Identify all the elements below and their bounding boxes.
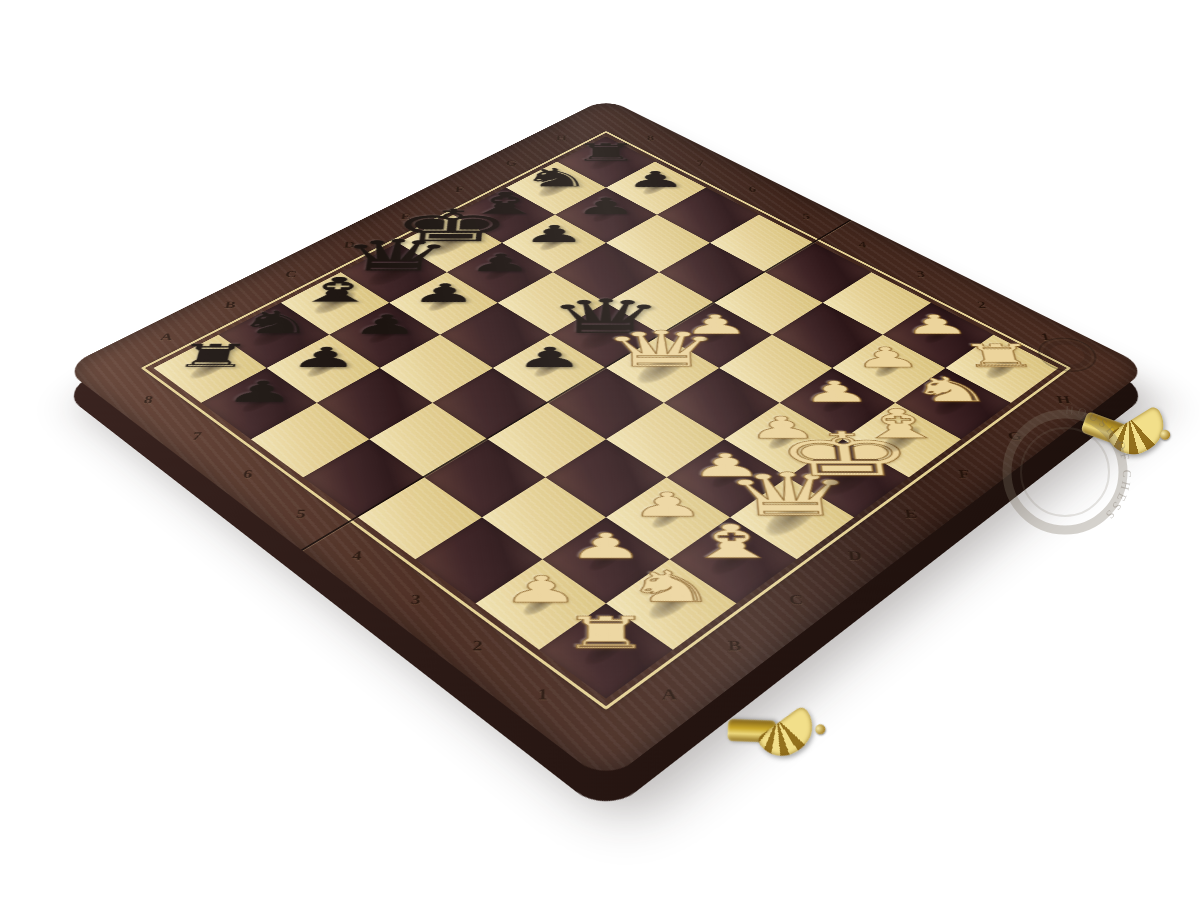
square-b4[interactable] (424, 439, 545, 517)
white-rook-icon: ♜ (559, 611, 653, 655)
white-pawn-icon: ♟ (688, 449, 765, 481)
white-pawn-icon: ♟ (629, 488, 706, 521)
square-c5[interactable] (432, 368, 548, 439)
square-b1[interactable] (606, 559, 736, 649)
black-pawn-icon: ♟ (522, 222, 587, 246)
black-pawn-icon: ♟ (574, 195, 637, 218)
square-e1[interactable] (788, 439, 909, 517)
square-e2[interactable] (724, 403, 842, 478)
black-pawn-icon: ♟ (625, 168, 687, 190)
file-label-bottom-b: B (716, 634, 753, 659)
piece-shadow (631, 576, 711, 632)
file-label-bottom-d: D (837, 545, 874, 568)
rank-label-right-4: 4 (847, 237, 877, 252)
square-a5[interactable] (303, 439, 424, 517)
rank-label-left-1: 1 (524, 682, 561, 709)
square-b5[interactable] (369, 403, 487, 478)
black-rook-icon: ♜ (169, 340, 255, 371)
file-label-bottom-h: H (1046, 391, 1082, 410)
rank-label-left-6: 6 (229, 464, 266, 485)
white-queen-icon: ♛ (720, 465, 862, 524)
rank-label-right-3: 3 (905, 267, 937, 283)
black-bishop-icon: ♝ (290, 273, 385, 307)
white-rook-icon: ♜ (956, 340, 1042, 371)
rank-label-left-3: 3 (397, 588, 434, 612)
rank-label-right-2: 2 (965, 297, 998, 314)
black-pawn-icon: ♟ (514, 344, 584, 372)
piece-shadow (568, 623, 644, 677)
square-d4[interactable] (548, 368, 664, 439)
piece-shadow (798, 445, 897, 512)
square-d3[interactable] (606, 403, 724, 478)
black-knight-icon: ♞ (233, 307, 320, 338)
file-label-top-h: H (548, 132, 574, 145)
rank-label-left-5: 5 (283, 504, 320, 526)
rank-label-right-5: 5 (792, 209, 821, 224)
white-king-icon: ♚ (771, 424, 922, 485)
square-d1[interactable] (730, 477, 854, 559)
rank-label-left-7: 7 (179, 427, 215, 447)
square-c1[interactable] (670, 517, 797, 603)
piece-shadow (575, 539, 636, 580)
black-pawn-icon: ♟ (222, 377, 299, 406)
black-pawn-icon: ♟ (467, 251, 534, 276)
file-label-bottom-g: G (997, 427, 1033, 447)
square-d2[interactable] (667, 439, 788, 517)
black-pawn-icon: ♟ (287, 344, 362, 372)
square-e3[interactable] (664, 368, 780, 439)
rank-label-right-6: 6 (738, 183, 766, 197)
piece-shadow (693, 532, 773, 587)
white-pawn-icon: ♟ (567, 528, 646, 563)
piece-shadow (509, 582, 572, 625)
piece-shadow (230, 386, 289, 420)
white-pawn-icon: ♟ (899, 311, 973, 338)
product-photo: AA88BB77CC66DD55EE44FF33GG22HH11 ♜♞♝♛♚♝♞… (0, 0, 1200, 900)
board-surface: AA88BB77CC66DD55EE44FF33GG22HH11 ♜♞♝♛♚♝♞… (63, 98, 1149, 782)
white-pawn-icon: ♟ (500, 571, 581, 608)
square-c4[interactable] (488, 403, 606, 478)
white-knight-icon: ♞ (623, 565, 719, 608)
square-b2[interactable] (542, 517, 669, 603)
square-b3[interactable] (482, 477, 606, 559)
file-label-bottom-f: F (946, 464, 983, 485)
rank-label-right-8: 8 (638, 132, 664, 145)
piece-shadow (699, 459, 756, 496)
square-a4[interactable] (358, 477, 482, 559)
rank-label-left-8: 8 (130, 391, 166, 410)
square-a1[interactable] (539, 603, 673, 698)
black-pawn-icon: ♟ (410, 280, 479, 306)
white-queen-icon: ♛ (600, 325, 726, 374)
rank-label-right-7: 7 (687, 157, 714, 171)
black-rook-icon: ♜ (572, 141, 640, 165)
square-a2[interactable] (476, 559, 606, 649)
white-pawn-icon: ♟ (850, 344, 925, 372)
white-bishop-icon: ♝ (679, 518, 786, 565)
file-label-bottom-c: C (778, 588, 815, 612)
piece-shadow (743, 485, 841, 552)
chess-board: AA88BB77CC66DD55EE44FF33GG22HH11 ♜♞♝♛♚♝♞… (63, 98, 1149, 782)
piece-shadow (638, 498, 697, 537)
square-c3[interactable] (545, 439, 666, 517)
black-pawn-icon: ♟ (350, 311, 422, 338)
square-c2[interactable] (606, 477, 730, 559)
file-label-bottom-a: A (651, 682, 688, 709)
rank-label-left-2: 2 (459, 634, 496, 659)
square-f1[interactable] (843, 403, 961, 478)
square-a3[interactable] (415, 517, 542, 603)
rank-label-left-4: 4 (338, 545, 375, 568)
square-b6[interactable] (317, 368, 433, 439)
square-a6[interactable] (251, 403, 369, 478)
file-label-bottom-e: E (893, 504, 930, 526)
